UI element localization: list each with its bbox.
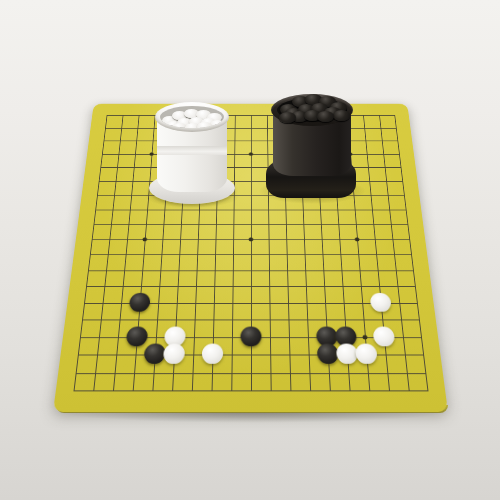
grid-cell: [269, 337, 288, 355]
grid-cell: [105, 115, 123, 128]
grid-cell: [97, 337, 118, 355]
grid-cell: [269, 286, 288, 302]
grid-cell: [114, 181, 132, 195]
grid-cell: [98, 167, 116, 181]
grid-cell: [75, 355, 96, 373]
grid-cell: [180, 224, 198, 239]
grid-cell: [285, 224, 303, 239]
grid-cell: [93, 373, 114, 392]
grid-cell: [125, 239, 144, 254]
grid-cell: [370, 195, 389, 209]
grid-cell: [395, 270, 415, 286]
grid-cell: [302, 209, 320, 224]
grid-cell: [320, 209, 338, 224]
grid-cell: [397, 286, 417, 302]
grid-cell: [374, 239, 393, 254]
grid-cell: [376, 254, 396, 270]
grid-cell: [102, 141, 120, 154]
grid-cell: [384, 167, 402, 181]
grid-cell: [137, 115, 154, 128]
grid-cell: [163, 209, 181, 224]
grid-cell: [337, 209, 355, 224]
grid-cell: [232, 254, 250, 270]
grid-cell: [128, 209, 147, 224]
grid-cell: [172, 373, 192, 392]
grid-cell: [251, 167, 268, 181]
grid-cell: [320, 224, 338, 239]
grid-cell: [381, 141, 399, 154]
grid-cell: [181, 209, 199, 224]
grid-cell: [95, 355, 116, 373]
grid-cell: [132, 373, 153, 392]
grid-cell: [144, 224, 163, 239]
grid-cell: [368, 167, 386, 181]
grid-cell: [392, 239, 412, 254]
grid-cell: [103, 128, 121, 141]
grid-cell: [289, 373, 309, 392]
grid-cell: [358, 254, 377, 270]
grid-cell: [102, 286, 122, 302]
star-point: [248, 152, 252, 155]
grid-cell: [100, 154, 118, 167]
grid-cell: [142, 254, 161, 270]
grid-cell: [357, 239, 376, 254]
grid-cell: [305, 286, 324, 302]
grid-cell: [178, 254, 197, 270]
grid-cell: [115, 167, 133, 181]
grid-cell: [268, 254, 286, 270]
grid-cell: [365, 141, 383, 154]
grid-cell: [323, 270, 342, 286]
grid-cell: [118, 141, 136, 154]
grid-cell: [251, 355, 270, 373]
grid-cell: [232, 270, 250, 286]
grid-cell: [234, 167, 251, 181]
grid-cell: [176, 286, 195, 302]
grid-cell: [177, 270, 196, 286]
grid-cell: [288, 303, 307, 320]
grid-cell: [86, 270, 106, 286]
grid-cell: [387, 195, 406, 209]
grid-cell: [359, 270, 379, 286]
grid-cell: [233, 239, 251, 254]
grid-cell: [348, 373, 369, 392]
grid-cell: [73, 373, 95, 392]
grid-cell: [288, 319, 307, 336]
grid-cell: [179, 239, 198, 254]
grid-cell: [106, 254, 126, 270]
grid-cell: [367, 373, 388, 392]
grid-cell: [160, 254, 179, 270]
grid-cell: [321, 239, 340, 254]
grid-cell: [251, 154, 268, 167]
grid-cell: [340, 254, 359, 270]
grid-cell: [195, 286, 214, 302]
grid-cell: [394, 254, 414, 270]
bowl-stone-white: [197, 122, 212, 128]
grid-cell: [77, 337, 98, 355]
white-bowl-opening: [155, 102, 229, 132]
grid-cell: [196, 254, 215, 270]
grid-cell: [251, 141, 268, 154]
grid-cell: [215, 224, 233, 239]
grid-cell: [251, 254, 269, 270]
grid-cell: [385, 355, 406, 373]
grid-cell: [215, 239, 233, 254]
black-bowl-opening: [271, 94, 353, 126]
grid-cell: [304, 239, 323, 254]
grid-cell: [386, 181, 405, 195]
grid-cell: [136, 128, 153, 141]
grid-cell: [251, 128, 267, 141]
grid-cell: [213, 303, 232, 320]
grid-cell: [104, 270, 124, 286]
grid-cell: [194, 303, 213, 320]
grid-cell: [213, 319, 232, 336]
grid-cell: [268, 209, 286, 224]
grid-cell: [251, 286, 270, 302]
grid-cell: [288, 337, 308, 355]
bowl-stone-black: [333, 110, 350, 121]
grid-cell: [132, 167, 150, 181]
grid-cell: [194, 319, 213, 336]
grid-cell: [390, 224, 409, 239]
grid-cell: [372, 209, 391, 224]
grid-cell: [231, 373, 251, 392]
grid-cell: [233, 209, 250, 224]
grid-cell: [303, 224, 321, 239]
bowl-stone-black: [317, 111, 334, 122]
black-stone-K4: [240, 326, 261, 346]
grid-cell: [175, 303, 194, 320]
grid-cell: [324, 286, 343, 302]
grid-cell: [196, 270, 215, 286]
grid-cell: [289, 355, 309, 373]
grid-cell: [146, 209, 164, 224]
grid-cell: [399, 303, 420, 320]
grid-cell: [251, 239, 269, 254]
grid-cell: [234, 154, 251, 167]
grid-cell: [117, 154, 135, 167]
star-point: [362, 335, 367, 339]
grid-cell: [304, 254, 323, 270]
grid-cell: [124, 254, 143, 270]
grid-cell: [251, 270, 269, 286]
grid-cell: [161, 239, 180, 254]
grid-cell: [379, 115, 397, 128]
grid-cell: [389, 209, 408, 224]
grid-cell: [99, 319, 120, 336]
grid-cell: [306, 303, 325, 320]
go-board-mat: [53, 104, 448, 412]
grid-cell: [366, 154, 384, 167]
grid-cell: [89, 239, 109, 254]
grid-cell: [112, 373, 133, 392]
grid-cell: [286, 239, 304, 254]
grid-cell: [406, 373, 428, 392]
grid-cell: [107, 239, 126, 254]
white-bowl-thread-band: [157, 146, 227, 155]
grid-cell: [401, 319, 422, 336]
grid-cell: [211, 373, 231, 392]
grid-cell: [88, 254, 108, 270]
grid-cell: [285, 209, 303, 224]
grid-cell: [216, 209, 234, 224]
grid-cell: [328, 373, 349, 392]
grid-cell: [162, 224, 180, 239]
grid-cell: [287, 286, 306, 302]
grid-cell: [159, 270, 178, 286]
grid-cell: [82, 303, 103, 320]
grid-cell: [305, 270, 324, 286]
grid-cell: [325, 303, 345, 320]
grid-cell: [251, 224, 269, 239]
grid-cell: [234, 115, 250, 128]
grid-cell: [234, 128, 250, 141]
photo-go-board-scene: [0, 0, 500, 500]
grid-cell: [141, 270, 160, 286]
grid-cell: [270, 373, 290, 392]
grid-cell: [369, 181, 387, 195]
grid-cell: [286, 254, 305, 270]
grid-cell: [377, 270, 397, 286]
grid-cell: [158, 286, 177, 302]
grid-cell: [373, 224, 392, 239]
grid-cell: [269, 270, 288, 286]
grid-cell: [363, 115, 380, 128]
star-point: [248, 237, 252, 241]
grid-cell: [152, 373, 173, 392]
grid-cell: [404, 355, 425, 373]
grid-cell: [270, 355, 290, 373]
black-stone-heap: [277, 98, 347, 122]
grid-cell: [355, 224, 374, 239]
grid-cell: [341, 270, 360, 286]
grid-cell: [287, 270, 306, 286]
grid-cell: [342, 286, 362, 302]
board-scene: [53, 22, 448, 412]
grid-cell: [91, 224, 110, 239]
white-stone-heap: [160, 106, 224, 128]
grid-cell: [191, 373, 211, 392]
grid-cell: [343, 303, 363, 320]
grid-cell: [232, 303, 251, 320]
grid-cell: [97, 181, 116, 195]
grid-cell: [109, 224, 128, 239]
star-point: [354, 237, 359, 241]
grid-cell: [157, 303, 177, 320]
grid-cell: [95, 195, 114, 209]
grid-cell: [309, 373, 329, 392]
grid-cell: [213, 286, 232, 302]
grid-cell: [268, 239, 286, 254]
grid-cell: [231, 355, 250, 373]
grid-cell: [402, 337, 423, 355]
grid-cell: [269, 319, 288, 336]
grid-cell: [84, 286, 104, 302]
grid-cell: [383, 154, 401, 167]
grid-cell: [354, 209, 373, 224]
grid-cell: [322, 254, 341, 270]
grid-cell: [114, 355, 135, 373]
grid-cell: [251, 115, 267, 128]
grid-cell: [251, 209, 268, 224]
grid-cell: [268, 224, 286, 239]
grid-cell: [112, 195, 131, 209]
grid-cell: [214, 270, 233, 286]
grid-cell: [93, 209, 112, 224]
grid-cell: [197, 224, 215, 239]
grid-cell: [387, 373, 408, 392]
grid-cell: [251, 303, 270, 320]
grid-cell: [364, 128, 382, 141]
grid-cell: [269, 303, 288, 320]
grid-cell: [339, 239, 358, 254]
grid-cell: [100, 303, 120, 320]
grid-cell: [251, 373, 271, 392]
grid-cell: [232, 286, 251, 302]
grid-cell: [143, 239, 162, 254]
grid-cell: [111, 209, 130, 224]
grid-cell: [80, 319, 101, 336]
grid-cell: [214, 254, 232, 270]
grid-cell: [133, 154, 151, 167]
grid-cell: [380, 128, 398, 141]
grid-cell: [120, 128, 138, 141]
grid-cell: [198, 209, 216, 224]
grid-cell: [197, 239, 215, 254]
grid-cell: [121, 115, 138, 128]
bowl-stone-black: [279, 112, 296, 123]
grid-cell: [122, 270, 142, 286]
